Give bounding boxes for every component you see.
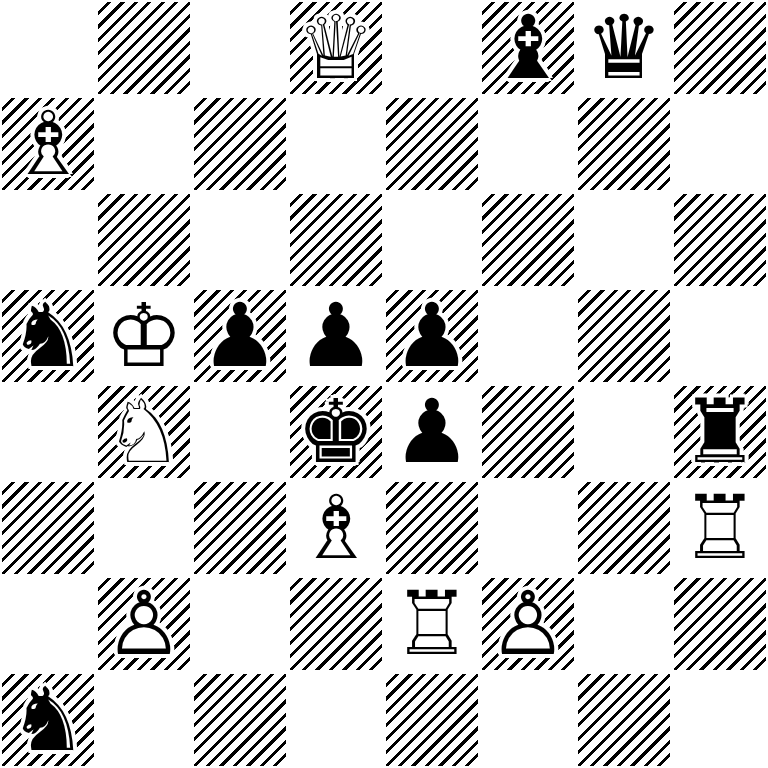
- square-g8[interactable]: ♛♛: [576, 0, 672, 96]
- piece-glyph: ♖: [384, 576, 480, 672]
- chess-board: ♛♕♝♝♛♛♝♗♞♞♚♔♟♟♟♟♟♟♞♘♚♚♟♟♜♜♝♗♜♖♟♙♜♖♟♙♞♞: [0, 0, 768, 768]
- square-g2[interactable]: [576, 576, 672, 672]
- square-g7[interactable]: [576, 96, 672, 192]
- piece-glyph: ♟: [384, 288, 480, 384]
- square-h4[interactable]: ♜♜: [672, 384, 768, 480]
- square-a8[interactable]: [0, 0, 96, 96]
- square-f7[interactable]: [480, 96, 576, 192]
- white-rook-e2[interactable]: ♜♖: [384, 576, 480, 672]
- white-knight-b4[interactable]: ♞♘: [96, 384, 192, 480]
- square-e6[interactable]: [384, 192, 480, 288]
- square-g3[interactable]: [576, 480, 672, 576]
- square-b4[interactable]: ♞♘: [96, 384, 192, 480]
- square-a7[interactable]: ♝♗: [0, 96, 96, 192]
- square-e7[interactable]: [384, 96, 480, 192]
- piece-glyph: ♗: [288, 480, 384, 576]
- piece-glyph: ♘: [96, 384, 192, 480]
- black-pawn-d5[interactable]: ♟♟: [288, 288, 384, 384]
- square-d8[interactable]: ♛♕: [288, 0, 384, 96]
- piece-glyph: ♞: [0, 288, 96, 384]
- black-pawn-e5[interactable]: ♟♟: [384, 288, 480, 384]
- square-f1[interactable]: [480, 672, 576, 768]
- square-c7[interactable]: [192, 96, 288, 192]
- white-pawn-b2[interactable]: ♟♙: [96, 576, 192, 672]
- square-c3[interactable]: [192, 480, 288, 576]
- piece-glyph: ♙: [96, 576, 192, 672]
- square-g1[interactable]: [576, 672, 672, 768]
- piece-glyph: ♚: [288, 384, 384, 480]
- square-h2[interactable]: [672, 576, 768, 672]
- square-b3[interactable]: [96, 480, 192, 576]
- square-e3[interactable]: [384, 480, 480, 576]
- black-rook-h4[interactable]: ♜♜: [672, 384, 768, 480]
- piece-glyph: ♙: [480, 576, 576, 672]
- square-c1[interactable]: [192, 672, 288, 768]
- square-c6[interactable]: [192, 192, 288, 288]
- square-b6[interactable]: [96, 192, 192, 288]
- square-h6[interactable]: [672, 192, 768, 288]
- square-c2[interactable]: [192, 576, 288, 672]
- square-b5[interactable]: ♚♔: [96, 288, 192, 384]
- black-pawn-e4[interactable]: ♟♟: [384, 384, 480, 480]
- square-d2[interactable]: [288, 576, 384, 672]
- square-b8[interactable]: [96, 0, 192, 96]
- square-e1[interactable]: [384, 672, 480, 768]
- white-bishop-d3[interactable]: ♝♗: [288, 480, 384, 576]
- black-knight-a1[interactable]: ♞♞: [0, 672, 96, 768]
- square-e8[interactable]: [384, 0, 480, 96]
- square-f4[interactable]: [480, 384, 576, 480]
- square-c8[interactable]: [192, 0, 288, 96]
- piece-glyph: ♕: [288, 0, 384, 96]
- piece-glyph: ♟: [288, 288, 384, 384]
- piece-glyph: ♜: [672, 384, 768, 480]
- square-e5[interactable]: ♟♟: [384, 288, 480, 384]
- square-h7[interactable]: [672, 96, 768, 192]
- square-h3[interactable]: ♜♖: [672, 480, 768, 576]
- square-b2[interactable]: ♟♙: [96, 576, 192, 672]
- square-f5[interactable]: [480, 288, 576, 384]
- square-h5[interactable]: [672, 288, 768, 384]
- black-pawn-c5[interactable]: ♟♟: [192, 288, 288, 384]
- square-b7[interactable]: [96, 96, 192, 192]
- square-e4[interactable]: ♟♟: [384, 384, 480, 480]
- piece-glyph: ♞: [0, 672, 96, 768]
- piece-glyph: ♗: [0, 96, 96, 192]
- square-f6[interactable]: [480, 192, 576, 288]
- piece-glyph: ♝: [480, 0, 576, 96]
- square-d7[interactable]: [288, 96, 384, 192]
- square-a2[interactable]: [0, 576, 96, 672]
- square-a3[interactable]: [0, 480, 96, 576]
- square-g6[interactable]: [576, 192, 672, 288]
- square-g4[interactable]: [576, 384, 672, 480]
- square-f8[interactable]: ♝♝: [480, 0, 576, 96]
- square-f3[interactable]: [480, 480, 576, 576]
- square-c5[interactable]: ♟♟: [192, 288, 288, 384]
- square-d5[interactable]: ♟♟: [288, 288, 384, 384]
- square-a6[interactable]: [0, 192, 96, 288]
- piece-glyph: ♟: [384, 384, 480, 480]
- square-c4[interactable]: [192, 384, 288, 480]
- square-d4[interactable]: ♚♚: [288, 384, 384, 480]
- black-king-d4[interactable]: ♚♚: [288, 384, 384, 480]
- square-f2[interactable]: ♟♙: [480, 576, 576, 672]
- white-queen-d8[interactable]: ♛♕: [288, 0, 384, 96]
- square-a5[interactable]: ♞♞: [0, 288, 96, 384]
- piece-glyph: ♔: [96, 288, 192, 384]
- square-e2[interactable]: ♜♖: [384, 576, 480, 672]
- square-a1[interactable]: ♞♞: [0, 672, 96, 768]
- square-d1[interactable]: [288, 672, 384, 768]
- square-h8[interactable]: [672, 0, 768, 96]
- piece-glyph: ♟: [192, 288, 288, 384]
- white-bishop-a7[interactable]: ♝♗: [0, 96, 96, 192]
- square-b1[interactable]: [96, 672, 192, 768]
- piece-glyph: ♖: [672, 480, 768, 576]
- white-pawn-f2[interactable]: ♟♙: [480, 576, 576, 672]
- square-h1[interactable]: [672, 672, 768, 768]
- white-rook-h3[interactable]: ♜♖: [672, 480, 768, 576]
- square-d6[interactable]: [288, 192, 384, 288]
- square-a4[interactable]: [0, 384, 96, 480]
- black-knight-a5[interactable]: ♞♞: [0, 288, 96, 384]
- black-queen-g8[interactable]: ♛♛: [576, 0, 672, 96]
- square-d3[interactable]: ♝♗: [288, 480, 384, 576]
- black-bishop-f8[interactable]: ♝♝: [480, 0, 576, 96]
- square-g5[interactable]: [576, 288, 672, 384]
- piece-glyph: ♛: [576, 0, 672, 96]
- white-king-b5[interactable]: ♚♔: [96, 288, 192, 384]
